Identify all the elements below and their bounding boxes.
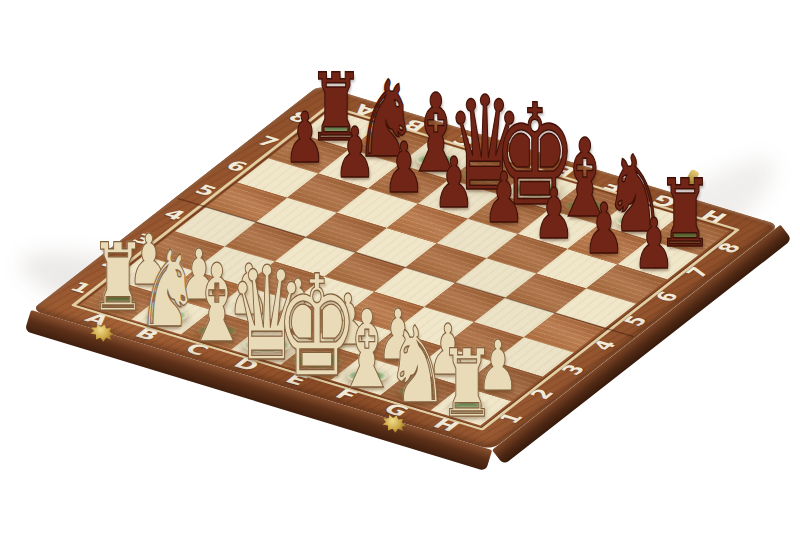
black-pawn-icon: ♟ [483,164,524,234]
rank-label-right-1: 1 [495,411,527,425]
rank-label-right-8: 8 [714,240,746,254]
rank-label-left-5: 5 [191,182,220,198]
black-pawn-icon: ♟ [284,103,325,173]
rank-label-left-6: 6 [223,158,252,174]
black-pawn-icon: ♟ [533,179,574,249]
white-rook-icon: ♜ [439,337,495,431]
rank-label-right-2: 2 [527,387,559,401]
rank-label-right-5: 5 [620,313,652,327]
rank-label-left-7: 7 [254,134,283,150]
rank-label-right-6: 6 [651,289,683,303]
black-pawn-icon: ♟ [434,149,475,219]
black-pawn-icon: ♟ [633,209,674,279]
photo-canvas: AABBCCDDEEFFGGHH1122334455667788 ♜♞♝♛♚♝♞… [0,0,800,533]
rank-label-right-4: 4 [589,338,621,352]
black-pawn-icon: ♟ [583,194,624,264]
rank-label-right-3: 3 [558,362,590,376]
black-pawn-icon: ♟ [334,118,375,188]
black-pawn-icon: ♟ [384,134,425,204]
